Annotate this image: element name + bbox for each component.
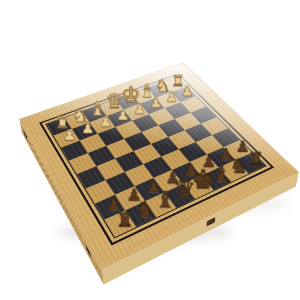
piece-black-rook-a8[interactable]: ♜ bbox=[103, 210, 146, 230]
square-a8[interactable]: ♜ bbox=[104, 210, 136, 237]
hinge-clasp bbox=[86, 245, 91, 258]
scene: ♜♞♝♛♚♝♞♜♟♟♟♟♟♟♟♟♟♟♟♟♟♟♟♟♜♞♝♛♚♝♞♜ bbox=[0, 0, 300, 300]
chess-box: ♜♞♝♛♚♝♞♜♟♟♟♟♟♟♟♟♟♟♟♟♟♟♟♟♜♞♝♛♚♝♞♜ bbox=[19, 62, 298, 269]
pinstripe-border: ♜♞♝♛♚♝♞♜♟♟♟♟♟♟♟♟♟♟♟♟♟♟♟♟♜♞♝♛♚♝♞♜ bbox=[39, 73, 274, 245]
latch-clasp bbox=[206, 217, 215, 226]
piece-white-pawn-a2[interactable]: ♟ bbox=[52, 128, 88, 143]
board-top-face: ♜♞♝♛♚♝♞♜♟♟♟♟♟♟♟♟♟♟♟♟♟♟♟♟♜♞♝♛♚♝♞♜ bbox=[19, 62, 298, 269]
